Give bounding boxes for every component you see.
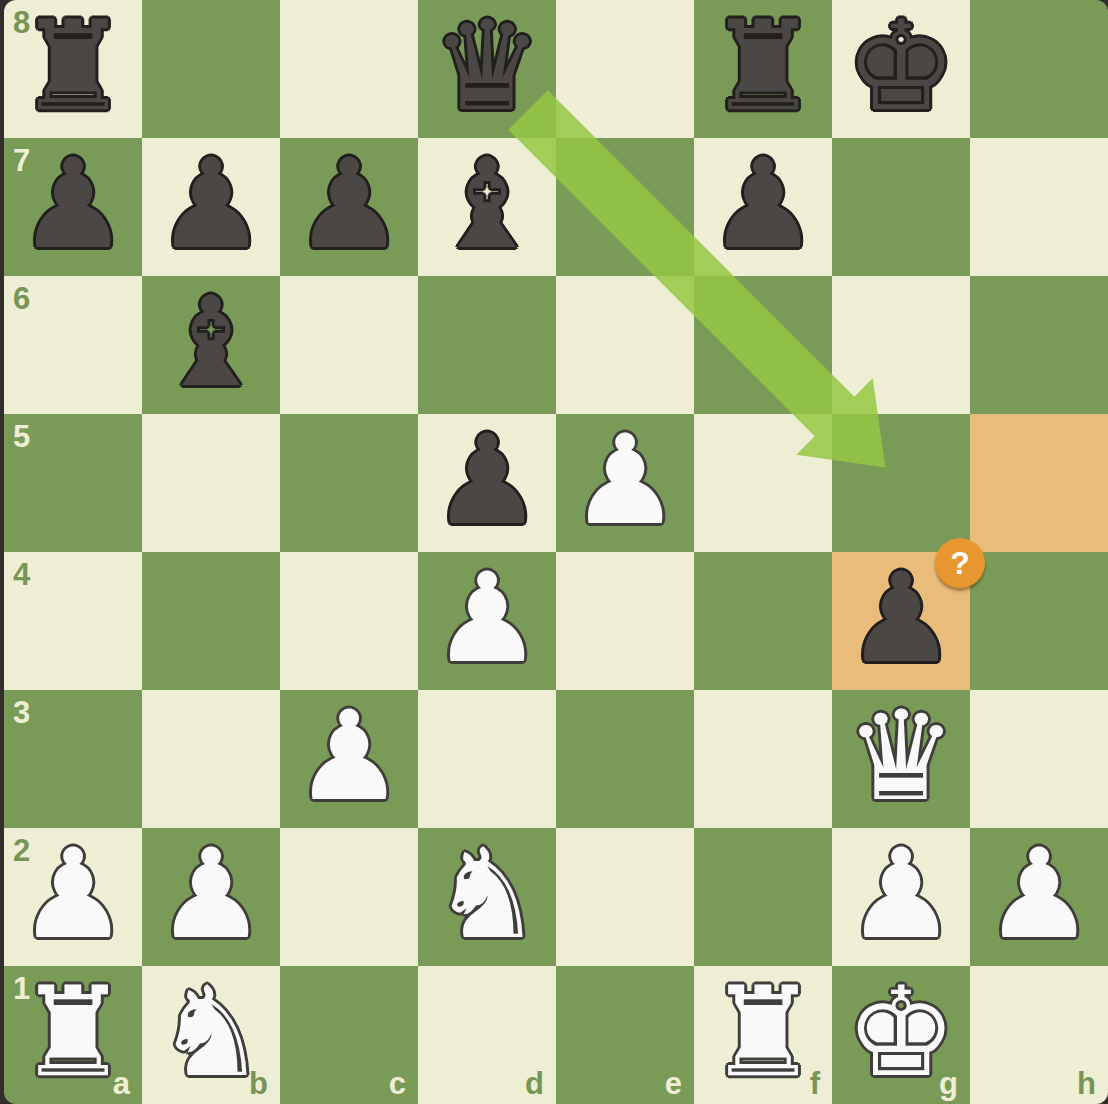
rank-label-8: 8 — [13, 5, 30, 41]
square-c7[interactable]: ♟ — [280, 138, 418, 276]
rank-label-1: 1 — [13, 971, 30, 1007]
black-pawn-b7[interactable]: ♟ — [142, 135, 280, 273]
square-a5[interactable]: 5 — [4, 414, 142, 552]
white-pawn-c3[interactable]: ♟ — [280, 687, 418, 825]
square-e5[interactable]: ♟ — [556, 414, 694, 552]
black-bishop-b6[interactable]: ♝ — [142, 273, 280, 411]
square-f4[interactable] — [694, 552, 832, 690]
square-b1[interactable]: b♞ — [142, 966, 280, 1104]
square-b3[interactable] — [142, 690, 280, 828]
square-g3[interactable]: ♛ — [832, 690, 970, 828]
square-h7[interactable] — [970, 138, 1108, 276]
square-c4[interactable] — [280, 552, 418, 690]
square-h5[interactable] — [970, 414, 1108, 552]
file-label-g: g — [939, 1066, 958, 1102]
white-pawn-b2[interactable]: ♟ — [142, 825, 280, 963]
square-g2[interactable]: ♟ — [832, 828, 970, 966]
square-c8[interactable] — [280, 0, 418, 138]
square-c3[interactable]: ♟ — [280, 690, 418, 828]
square-b4[interactable] — [142, 552, 280, 690]
square-f6[interactable] — [694, 276, 832, 414]
square-f8[interactable]: ♜ — [694, 0, 832, 138]
square-b5[interactable] — [142, 414, 280, 552]
mistake-badge: ? — [935, 538, 985, 588]
file-label-d: d — [525, 1066, 544, 1102]
square-d6[interactable] — [418, 276, 556, 414]
square-a6[interactable]: 6 — [4, 276, 142, 414]
square-g1[interactable]: g♚ — [832, 966, 970, 1104]
file-label-h: h — [1077, 1066, 1096, 1102]
square-h4[interactable] — [970, 552, 1108, 690]
square-d4[interactable]: ♟ — [418, 552, 556, 690]
square-f1[interactable]: f♜ — [694, 966, 832, 1104]
square-e6[interactable] — [556, 276, 694, 414]
square-h1[interactable]: h — [970, 966, 1108, 1104]
square-e2[interactable] — [556, 828, 694, 966]
square-e8[interactable] — [556, 0, 694, 138]
square-d7[interactable]: ♝ — [418, 138, 556, 276]
square-h2[interactable]: ♟ — [970, 828, 1108, 966]
square-f7[interactable]: ♟ — [694, 138, 832, 276]
rank-label-5: 5 — [13, 419, 30, 455]
square-g6[interactable] — [832, 276, 970, 414]
black-rook-f8[interactable]: ♜ — [694, 0, 832, 135]
square-e1[interactable]: e — [556, 966, 694, 1104]
black-king-g8[interactable]: ♚ — [832, 0, 970, 135]
black-queen-d8[interactable]: ♛ — [418, 0, 556, 135]
square-d1[interactable]: d — [418, 966, 556, 1104]
black-bishop-d7[interactable]: ♝ — [418, 135, 556, 273]
square-c2[interactable] — [280, 828, 418, 966]
square-e4[interactable] — [556, 552, 694, 690]
square-a8[interactable]: 8♜ — [4, 0, 142, 138]
white-pawn-h2[interactable]: ♟ — [970, 825, 1108, 963]
rank-label-4: 4 — [13, 557, 30, 593]
file-label-e: e — [665, 1066, 682, 1102]
square-h6[interactable] — [970, 276, 1108, 414]
square-b6[interactable]: ♝ — [142, 276, 280, 414]
square-b7[interactable]: ♟ — [142, 138, 280, 276]
square-f2[interactable] — [694, 828, 832, 966]
square-a7[interactable]: 7♟ — [4, 138, 142, 276]
square-h3[interactable] — [970, 690, 1108, 828]
file-label-a: a — [113, 1066, 130, 1102]
file-label-c: c — [389, 1066, 406, 1102]
file-label-b: b — [249, 1066, 268, 1102]
black-pawn-d5[interactable]: ♟ — [418, 411, 556, 549]
square-d8[interactable]: ♛ — [418, 0, 556, 138]
square-d3[interactable] — [418, 690, 556, 828]
rank-label-3: 3 — [13, 695, 30, 731]
square-d2[interactable]: ♞ — [418, 828, 556, 966]
square-g8[interactable]: ♚ — [832, 0, 970, 138]
square-a4[interactable]: 4 — [4, 552, 142, 690]
square-c5[interactable] — [280, 414, 418, 552]
square-g7[interactable] — [832, 138, 970, 276]
white-pawn-d4[interactable]: ♟ — [418, 549, 556, 687]
square-f3[interactable] — [694, 690, 832, 828]
square-c1[interactable]: c — [280, 966, 418, 1104]
square-e7[interactable] — [556, 138, 694, 276]
square-a3[interactable]: 3 — [4, 690, 142, 828]
rank-label-7: 7 — [13, 143, 30, 179]
square-f5[interactable] — [694, 414, 832, 552]
file-label-f: f — [810, 1066, 820, 1102]
square-e3[interactable] — [556, 690, 694, 828]
white-pawn-g2[interactable]: ♟ — [832, 825, 970, 963]
square-c6[interactable] — [280, 276, 418, 414]
square-d5[interactable]: ♟ — [418, 414, 556, 552]
square-b2[interactable]: ♟ — [142, 828, 280, 966]
square-a1[interactable]: 1a♜ — [4, 966, 142, 1104]
mistake-badge-symbol: ? — [950, 547, 970, 579]
white-knight-d2[interactable]: ♞ — [418, 825, 556, 963]
black-pawn-c7[interactable]: ♟ — [280, 135, 418, 273]
black-pawn-f7[interactable]: ♟ — [694, 135, 832, 273]
square-g5[interactable] — [832, 414, 970, 552]
rank-label-2: 2 — [13, 833, 30, 869]
white-queen-g3[interactable]: ♛ — [832, 687, 970, 825]
rank-label-6: 6 — [13, 281, 30, 317]
square-b8[interactable] — [142, 0, 280, 138]
square-a2[interactable]: 2♟ — [4, 828, 142, 966]
white-pawn-e5[interactable]: ♟ — [556, 411, 694, 549]
square-h8[interactable] — [970, 0, 1108, 138]
